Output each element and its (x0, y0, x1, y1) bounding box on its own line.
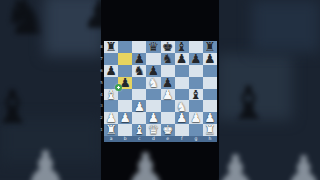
white-pawn: ♟ (189, 112, 203, 124)
file-label-h: h (203, 136, 217, 142)
white-rook: ♜ (104, 124, 118, 136)
square-f2: ♟ (175, 112, 189, 124)
white-queen: ♛ (146, 124, 160, 136)
black-bishop: ♝ (189, 89, 203, 101)
square-h6 (203, 65, 217, 77)
white-pawn: ♟ (118, 112, 132, 124)
square-b7 (118, 53, 132, 65)
square-e1: ♚ (161, 124, 175, 136)
white-rook: ♜ (203, 124, 217, 136)
file-coordinates: abcdefgh (104, 136, 217, 142)
blurred-white-pawn: ♟ (214, 148, 257, 180)
square-d5: ♞ (146, 77, 160, 89)
square-f6 (175, 65, 189, 77)
square-d4 (146, 89, 160, 101)
blurred-board-square (216, 54, 292, 120)
file-label-b: b (118, 136, 132, 142)
square-f7: ♟ (175, 53, 189, 65)
file-label-d: d (146, 136, 160, 142)
file-label-e: e (161, 136, 175, 142)
square-c1: ♝ (132, 124, 146, 136)
white-pawn: ♟ (175, 112, 189, 124)
video-frame[interactable]: ♞♟♝♟♟♟♝♟ 87654321 ♜♛♚♝♜♟♞♟♟♟♟♞♟♟♞♟♝♟♝♟♞♟… (0, 0, 320, 180)
square-h1: ♜ (203, 124, 217, 136)
black-rook: ♜ (104, 41, 118, 53)
square-g6 (189, 65, 203, 77)
square-g1 (189, 124, 203, 136)
black-pawn: ♟ (189, 53, 203, 65)
blurred-board-square (44, 0, 104, 56)
blurred-board-square (252, 0, 320, 52)
square-h4 (203, 89, 217, 101)
square-a1: ♜ (104, 124, 118, 136)
white-knight: ♞ (146, 77, 160, 89)
square-e3 (161, 100, 175, 112)
white-bishop: ♝ (132, 124, 146, 136)
black-pawn: ♟ (104, 65, 118, 77)
black-knight: ♞ (132, 65, 146, 77)
square-f5 (175, 77, 189, 89)
square-d8: ♛ (146, 41, 160, 53)
square-e7: ♞ (161, 53, 175, 65)
white-pawn: ♟ (132, 100, 146, 112)
black-pawn: ♟ (203, 53, 217, 65)
square-d1: ♛ (146, 124, 160, 136)
square-f1 (175, 124, 189, 136)
square-g7: ♟ (189, 53, 203, 65)
square-b1 (118, 124, 132, 136)
white-king: ♚ (161, 124, 175, 136)
square-h5 (203, 77, 217, 89)
square-b2: ♟ (118, 112, 132, 124)
white-pawn: ♟ (161, 89, 175, 101)
file-label-f: f (175, 136, 189, 142)
blurred-white-pawn: ♟ (284, 150, 320, 180)
square-g4: ♝ (189, 89, 203, 101)
square-c5 (132, 77, 146, 89)
file-label-a: a (104, 136, 118, 142)
blurred-board-square (0, 118, 102, 162)
black-pawn: ♟ (175, 53, 189, 65)
file-label-g: g (189, 136, 203, 142)
square-c6: ♞ (132, 65, 146, 77)
square-h7: ♟ (203, 53, 217, 65)
square-b8 (118, 41, 132, 53)
square-c3: ♟ (132, 100, 146, 112)
black-knight: ♞ (161, 53, 175, 65)
chess-board: ♜♛♚♝♜♟♞♟♟♟♟♞♟♟♞♟♝♟♝♟♞♟♟♟♟♟♟♜♝♛♚♜ (104, 41, 217, 136)
square-g2: ♟ (189, 112, 203, 124)
square-e4: ♟ (161, 89, 175, 101)
square-a8: ♜ (104, 41, 118, 53)
file-label-c: c (132, 136, 146, 142)
black-queen: ♛ (146, 41, 160, 53)
blurred-black-knight: ♞ (2, 0, 49, 42)
square-b5: ♟ (118, 77, 132, 89)
square-a6: ♟ (104, 65, 118, 77)
move-quality-badge (115, 84, 122, 91)
